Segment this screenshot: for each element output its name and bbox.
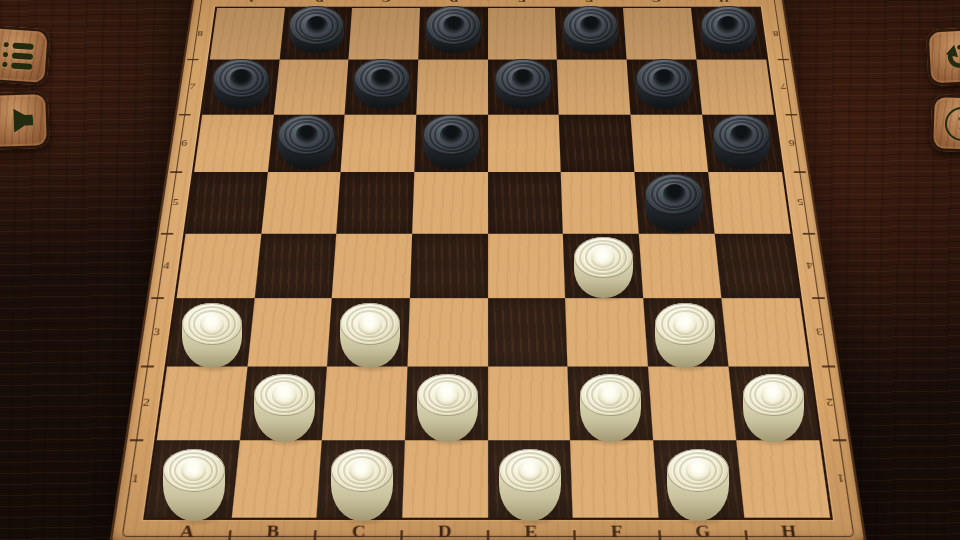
square-E5[interactable]: [488, 172, 564, 233]
square-B4[interactable]: [255, 233, 337, 298]
frame-tick: [793, 171, 805, 173]
piece-white-A1[interactable]: [163, 449, 225, 521]
square-C2[interactable]: [322, 367, 407, 440]
square-H1[interactable]: [736, 440, 830, 518]
frame-tick: [130, 439, 144, 441]
piece-white-E1[interactable]: [499, 449, 561, 521]
piece-white-D2[interactable]: [417, 374, 478, 443]
square-D7[interactable]: [417, 60, 488, 115]
square-G6[interactable]: [631, 114, 708, 172]
piece-white-B2[interactable]: [254, 374, 315, 443]
piece-black-E7[interactable]: [495, 59, 551, 109]
frame-tick: [400, 530, 403, 540]
square-B5[interactable]: [261, 172, 341, 233]
square-D3[interactable]: [408, 298, 488, 367]
piece-black-F8[interactable]: [563, 6, 618, 53]
piece-black-A7[interactable]: [213, 59, 269, 109]
square-H5[interactable]: [708, 172, 790, 233]
piece-black-D6[interactable]: [423, 115, 480, 169]
frame-tick: [161, 233, 174, 235]
piece-white-G1[interactable]: [667, 449, 729, 521]
square-B3[interactable]: [247, 298, 332, 367]
square-H7[interactable]: [696, 60, 773, 115]
square-C6[interactable]: [341, 114, 416, 172]
question-mark-icon: ?: [944, 106, 960, 141]
piece-black-D8[interactable]: [426, 6, 481, 53]
square-E4[interactable]: [488, 233, 566, 298]
piece-white-C1[interactable]: [331, 449, 393, 521]
square-A6[interactable]: [194, 114, 273, 172]
undo-button[interactable]: [926, 26, 960, 86]
square-C8[interactable]: [349, 8, 420, 60]
piece-white-A3[interactable]: [182, 303, 242, 368]
square-B1[interactable]: [232, 440, 323, 518]
frame-tick: [170, 171, 182, 173]
frame-tick: [822, 366, 835, 368]
frame-tick: [151, 297, 164, 299]
frame-tick: [802, 233, 815, 235]
frame-tick: [785, 114, 797, 116]
square-A2[interactable]: [157, 367, 247, 440]
speaker-icon: [3, 107, 34, 134]
frame-tick: [179, 114, 191, 116]
square-C4[interactable]: [332, 233, 412, 298]
square-E6[interactable]: [488, 114, 561, 172]
piece-white-F2[interactable]: [580, 374, 641, 443]
square-H3[interactable]: [721, 298, 808, 367]
frame-tick: [777, 59, 789, 60]
list-menu-icon: [2, 41, 34, 69]
square-F3[interactable]: [566, 298, 649, 367]
square-A4[interactable]: [177, 233, 262, 298]
frame-tick: [487, 530, 490, 540]
undo-arrow-icon: [941, 42, 960, 72]
square-F5[interactable]: [561, 172, 639, 233]
piece-black-G7[interactable]: [636, 59, 692, 109]
square-H4[interactable]: [715, 233, 800, 298]
menu-button[interactable]: [0, 25, 51, 86]
sound-button[interactable]: [0, 91, 50, 150]
piece-black-B6[interactable]: [278, 115, 335, 169]
square-G4[interactable]: [639, 233, 721, 298]
square-A8[interactable]: [210, 8, 285, 60]
frame-tick: [832, 439, 846, 441]
frame-tick: [187, 59, 199, 60]
square-D1[interactable]: [402, 440, 487, 518]
piece-black-H8[interactable]: [701, 6, 756, 53]
piece-black-C7[interactable]: [354, 59, 410, 109]
square-E2[interactable]: [488, 367, 571, 440]
piece-white-G3[interactable]: [655, 303, 715, 368]
frame-tick: [812, 297, 825, 299]
square-A5[interactable]: [186, 172, 268, 233]
piece-black-H6[interactable]: [713, 115, 770, 169]
piece-black-B8[interactable]: [289, 6, 344, 53]
square-G2[interactable]: [648, 367, 736, 440]
square-B7[interactable]: [274, 60, 349, 115]
square-D5[interactable]: [412, 172, 488, 233]
help-button[interactable]: ?: [930, 94, 960, 153]
square-D4[interactable]: [410, 233, 488, 298]
piece-black-G5[interactable]: [645, 174, 703, 232]
square-G8[interactable]: [623, 8, 696, 60]
square-F7[interactable]: [557, 60, 630, 115]
square-E8[interactable]: [488, 8, 557, 60]
square-F1[interactable]: [571, 440, 659, 518]
frame-tick: [141, 366, 154, 368]
square-F6[interactable]: [559, 114, 634, 172]
piece-white-H2[interactable]: [743, 374, 804, 443]
square-E3[interactable]: [488, 298, 568, 367]
square-C5[interactable]: [337, 172, 415, 233]
piece-white-F4[interactable]: [574, 237, 633, 298]
piece-white-C3[interactable]: [340, 303, 400, 368]
